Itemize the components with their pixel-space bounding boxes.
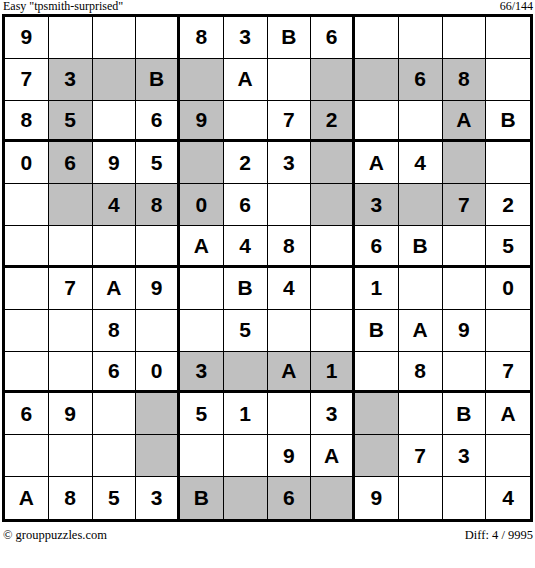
cell-r9c12: 7	[486, 352, 530, 394]
cell-r1c1: 9	[5, 17, 49, 59]
cell-r12c4: 3	[136, 477, 180, 519]
cell-r6c11	[443, 226, 487, 268]
cell-r11c11: 3	[443, 435, 487, 477]
cell-r7c5	[180, 268, 224, 310]
cell-r11c12	[486, 435, 530, 477]
cell-r3c10	[399, 101, 443, 143]
cell-r12c5: B	[180, 477, 224, 519]
cell-r6c2	[49, 226, 93, 268]
cell-r6c5: A	[180, 226, 224, 268]
copyright-text: © grouppuzzles.com	[3, 528, 107, 543]
cell-r6c10: B	[399, 226, 443, 268]
cell-r12c11	[443, 477, 487, 519]
cell-r5c8	[311, 184, 355, 226]
cell-r2c10: 6	[399, 59, 443, 101]
cell-r12c8	[311, 477, 355, 519]
cell-r11c5	[180, 435, 224, 477]
cell-r9c1	[5, 352, 49, 394]
cell-r1c6: 3	[224, 17, 268, 59]
cell-r6c8	[311, 226, 355, 268]
page-header: Easy "tpsmith-surprised" 66/144	[3, 0, 533, 13]
cell-r11c9	[355, 435, 399, 477]
cell-r10c6: 1	[224, 393, 268, 435]
cell-r7c2: 7	[49, 268, 93, 310]
cell-r6c9: 6	[355, 226, 399, 268]
cell-r2c2: 3	[49, 59, 93, 101]
cell-r1c7: B	[268, 17, 312, 59]
cell-r6c4	[136, 226, 180, 268]
cell-r9c11	[443, 352, 487, 394]
cell-r12c6	[224, 477, 268, 519]
cell-r9c7: A	[268, 352, 312, 394]
cell-r1c5: 8	[180, 17, 224, 59]
cell-r3c3	[93, 101, 137, 143]
cell-r3c4: 6	[136, 101, 180, 143]
cell-r5c6: 6	[224, 184, 268, 226]
cell-r7c6: B	[224, 268, 268, 310]
cell-r7c12: 0	[486, 268, 530, 310]
cell-r8c1	[5, 310, 49, 352]
cell-r3c7: 7	[268, 101, 312, 143]
cell-r4c10: 4	[399, 142, 443, 184]
cell-r10c12: A	[486, 393, 530, 435]
cell-r5c4: 8	[136, 184, 180, 226]
cell-r4c1: 0	[5, 142, 49, 184]
cell-r7c9: 1	[355, 268, 399, 310]
cell-r8c7	[268, 310, 312, 352]
cell-r5c11: 7	[443, 184, 487, 226]
cell-r7c3: A	[93, 268, 137, 310]
sudoku-board: 983B673BA68856972AB069523A44806372A486B5…	[2, 14, 533, 522]
cell-r10c11: B	[443, 393, 487, 435]
page-footer: © grouppuzzles.com Diff: 4 / 9995	[3, 528, 533, 543]
cell-r12c10	[399, 477, 443, 519]
cell-r5c7	[268, 184, 312, 226]
cell-r8c4	[136, 310, 180, 352]
cell-r9c5: 3	[180, 352, 224, 394]
cell-r2c3	[93, 59, 137, 101]
cell-r8c5	[180, 310, 224, 352]
cell-r3c5: 9	[180, 101, 224, 143]
cell-r10c2: 9	[49, 393, 93, 435]
cell-r7c4: 9	[136, 268, 180, 310]
cell-r10c4	[136, 393, 180, 435]
cell-r3c1: 8	[5, 101, 49, 143]
cell-r9c3: 6	[93, 352, 137, 394]
cell-r1c11	[443, 17, 487, 59]
cell-r6c1	[5, 226, 49, 268]
cell-r5c3: 4	[93, 184, 137, 226]
cell-r12c12: 4	[486, 477, 530, 519]
cell-r1c8: 6	[311, 17, 355, 59]
cell-r3c2: 5	[49, 101, 93, 143]
cell-r5c2	[49, 184, 93, 226]
cell-r1c12	[486, 17, 530, 59]
cell-r3c9	[355, 101, 399, 143]
cell-r10c3	[93, 393, 137, 435]
cell-r8c8	[311, 310, 355, 352]
cell-r5c12: 2	[486, 184, 530, 226]
puzzle-title: Easy "tpsmith-surprised"	[3, 0, 123, 13]
cell-r6c7: 8	[268, 226, 312, 268]
cell-r4c6: 2	[224, 142, 268, 184]
cell-r3c12: B	[486, 101, 530, 143]
cell-r1c3	[93, 17, 137, 59]
cell-r5c10	[399, 184, 443, 226]
cell-r8c10: A	[399, 310, 443, 352]
cell-r12c1: A	[5, 477, 49, 519]
cell-r9c8: 1	[311, 352, 355, 394]
cell-r2c5	[180, 59, 224, 101]
cell-r11c6	[224, 435, 268, 477]
cell-r10c8: 3	[311, 393, 355, 435]
cell-r3c8: 2	[311, 101, 355, 143]
cell-r9c4: 0	[136, 352, 180, 394]
cell-r1c2	[49, 17, 93, 59]
cell-r2c6: A	[224, 59, 268, 101]
cell-r2c11: 8	[443, 59, 487, 101]
cell-r4c4: 5	[136, 142, 180, 184]
cell-r6c6: 4	[224, 226, 268, 268]
cell-r7c11	[443, 268, 487, 310]
cell-r4c11	[443, 142, 487, 184]
cell-r2c4: B	[136, 59, 180, 101]
cell-r10c10	[399, 393, 443, 435]
cell-r4c2: 6	[49, 142, 93, 184]
cell-r6c12: 5	[486, 226, 530, 268]
cell-r4c9: A	[355, 142, 399, 184]
cell-r4c8	[311, 142, 355, 184]
cell-r7c7: 4	[268, 268, 312, 310]
cell-r4c12	[486, 142, 530, 184]
cell-r3c6	[224, 101, 268, 143]
cell-r9c9	[355, 352, 399, 394]
cell-r11c1	[5, 435, 49, 477]
cell-r10c1: 6	[5, 393, 49, 435]
cell-r9c10: 8	[399, 352, 443, 394]
puzzle-number: 66/144	[500, 0, 533, 13]
cell-r2c7	[268, 59, 312, 101]
cell-r8c11: 9	[443, 310, 487, 352]
cell-r1c4	[136, 17, 180, 59]
cell-r7c1	[5, 268, 49, 310]
cell-r8c2	[49, 310, 93, 352]
cell-r8c9: B	[355, 310, 399, 352]
cell-r8c12	[486, 310, 530, 352]
cell-r7c10	[399, 268, 443, 310]
cell-r5c5: 0	[180, 184, 224, 226]
difficulty-text: Diff: 4 / 9995	[465, 528, 533, 543]
cell-r12c9: 9	[355, 477, 399, 519]
cell-r12c3: 5	[93, 477, 137, 519]
cell-r4c7: 3	[268, 142, 312, 184]
cell-r1c10	[399, 17, 443, 59]
cell-r11c8: A	[311, 435, 355, 477]
cell-r4c3: 9	[93, 142, 137, 184]
cell-r1c9	[355, 17, 399, 59]
cell-r4c5	[180, 142, 224, 184]
cell-r5c9: 3	[355, 184, 399, 226]
cell-r11c2	[49, 435, 93, 477]
cell-r2c1: 7	[5, 59, 49, 101]
cell-r11c10: 7	[399, 435, 443, 477]
cell-r6c3	[93, 226, 137, 268]
cell-r8c6: 5	[224, 310, 268, 352]
cell-r12c2: 8	[49, 477, 93, 519]
cell-r2c9	[355, 59, 399, 101]
cell-r11c4	[136, 435, 180, 477]
cell-r2c8	[311, 59, 355, 101]
cell-r7c8	[311, 268, 355, 310]
cell-r2c12	[486, 59, 530, 101]
cell-r10c7	[268, 393, 312, 435]
cell-r9c2	[49, 352, 93, 394]
cell-r10c5: 5	[180, 393, 224, 435]
cell-r8c3: 8	[93, 310, 137, 352]
cell-r9c6	[224, 352, 268, 394]
cell-r10c9	[355, 393, 399, 435]
cell-r11c3	[93, 435, 137, 477]
cell-r5c1	[5, 184, 49, 226]
cell-r11c7: 9	[268, 435, 312, 477]
cell-r12c7: 6	[268, 477, 312, 519]
cell-r3c11: A	[443, 101, 487, 143]
